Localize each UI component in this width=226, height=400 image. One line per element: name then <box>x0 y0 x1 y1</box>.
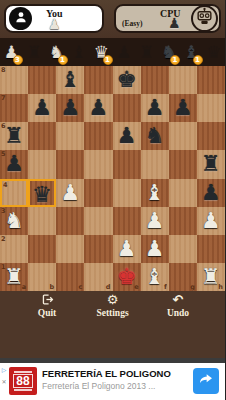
white-bishop-f4: ♝ <box>141 179 169 207</box>
square-e8[interactable]: ♚ <box>113 66 141 94</box>
square-g7[interactable]: ♟ <box>169 94 197 122</box>
square-f5[interactable] <box>141 150 169 178</box>
captured-pieces-tray: ♟3♜♞1♝♛1♟♜♞1♝1♛ <box>0 38 225 66</box>
white-pawn-f2: ♟ <box>141 235 169 263</box>
white-pawn-h3: ♟ <box>197 207 225 235</box>
file-label-e: e <box>134 283 138 291</box>
square-g3[interactable] <box>169 207 197 235</box>
square-h6[interactable] <box>197 122 225 150</box>
settings-button[interactable]: ⚙ Settings <box>84 292 142 326</box>
robot-icon <box>195 7 214 30</box>
adchoices-icon[interactable]: ▷ <box>2 367 7 373</box>
file-label-c: c <box>79 283 83 291</box>
rank-label-2: 2 <box>1 235 6 243</box>
square-b4[interactable]: ♛ <box>28 179 56 207</box>
captured-black-knight: ♞1 <box>158 38 181 66</box>
black-pawn-f7: ♟ <box>141 94 169 122</box>
square-a4[interactable]: 4 <box>0 179 28 207</box>
white-pawn-c4: ♟ <box>56 179 84 207</box>
settings-label: Settings <box>96 308 128 318</box>
adchoices-controls: ▷ ✕ <box>0 367 8 385</box>
square-d7[interactable]: ♟ <box>84 94 112 122</box>
square-g8[interactable] <box>169 66 197 94</box>
black-pawn-icon: ♟ <box>116 38 131 66</box>
rank-label-1: 1 <box>1 263 6 271</box>
square-d2[interactable] <box>84 235 112 263</box>
square-b6[interactable] <box>28 122 56 150</box>
black-queen-b4: ♛ <box>30 181 54 205</box>
ad-cta-button[interactable] <box>193 368 219 394</box>
file-label-a: a <box>22 283 26 291</box>
square-b1[interactable]: b <box>28 263 56 291</box>
square-b2[interactable] <box>28 235 56 263</box>
black-rook-icon: ♜ <box>139 38 154 66</box>
square-g4[interactable] <box>169 179 197 207</box>
captured-black-rook: ♜ <box>135 38 158 66</box>
captured-black-bishop: ♝1 <box>180 38 203 66</box>
square-a5[interactable]: 5♟ <box>0 150 28 178</box>
black-pawn-h4: ♟ <box>197 179 225 207</box>
black-pawn-c7: ♟ <box>56 94 84 122</box>
black-pawn-b7: ♟ <box>28 94 56 122</box>
white-bishop-icon: ♝ <box>71 38 86 66</box>
file-label-f: f <box>164 283 167 291</box>
square-c8[interactable]: ♝ <box>56 66 84 94</box>
captured-white-rook: ♜ <box>23 38 46 66</box>
square-a3[interactable]: 3♞ <box>0 207 28 235</box>
black-pawn-g7: ♟ <box>169 94 197 122</box>
square-e5[interactable] <box>113 150 141 178</box>
rank-label-4: 4 <box>3 181 8 189</box>
square-f4[interactable]: ♝ <box>141 179 169 207</box>
ad-subtitle[interactable]: Ferretería El Poligono 2013 ... <box>42 381 190 391</box>
captured-count-badge: 1 <box>58 55 68 65</box>
square-d3[interactable] <box>84 207 112 235</box>
square-a1[interactable]: 1a♜ <box>0 263 28 291</box>
captured-count-badge: 1 <box>193 55 203 65</box>
square-h3[interactable]: ♟ <box>197 207 225 235</box>
square-c3[interactable] <box>56 207 84 235</box>
captured-white-queen: ♛1 <box>90 38 113 66</box>
ad-logo-top-bar <box>14 371 32 373</box>
square-e3[interactable] <box>113 207 141 235</box>
square-c1[interactable]: c <box>56 263 84 291</box>
square-f3[interactable]: ♟ <box>141 207 169 235</box>
square-a2[interactable]: 2 <box>0 235 28 263</box>
square-d6[interactable] <box>84 122 112 150</box>
square-c6[interactable] <box>56 122 84 150</box>
square-c5[interactable] <box>56 150 84 178</box>
square-g6[interactable] <box>169 122 197 150</box>
square-b5[interactable] <box>28 150 56 178</box>
rank-label-7: 7 <box>1 94 6 102</box>
square-h7[interactable] <box>197 94 225 122</box>
square-d1[interactable]: d <box>84 263 112 291</box>
square-f2[interactable]: ♟ <box>141 235 169 263</box>
rank-label-3: 3 <box>1 207 6 215</box>
undo-icon: ↶ <box>173 292 184 307</box>
file-label-b: b <box>50 283 55 291</box>
square-h1[interactable]: h♜ <box>197 263 225 291</box>
quit-label: Quit <box>38 308 56 318</box>
chess-board: 8♝♚7♟♟♟♟♟6♜♟♞5♟♜4♛♟♝♟3♞♟♟2♟♟1a♜bcde♚f♝gh… <box>0 66 225 291</box>
ad-logo[interactable]: 88 <box>9 367 37 395</box>
square-h8[interactable] <box>197 66 225 94</box>
square-h2[interactable] <box>197 235 225 263</box>
black-knight-f6: ♞ <box>141 122 169 150</box>
square-e2[interactable]: ♟ <box>113 235 141 263</box>
square-b3[interactable] <box>28 207 56 235</box>
square-f7[interactable]: ♟ <box>141 94 169 122</box>
square-c2[interactable] <box>56 235 84 263</box>
file-label-d: d <box>106 283 111 291</box>
square-g2[interactable] <box>169 235 197 263</box>
user-avatar <box>9 7 32 30</box>
square-b8[interactable] <box>28 66 56 94</box>
white-pawn-f3: ♟ <box>141 207 169 235</box>
header-bar: You ♟ CPU (Easy) ♟ <box>0 0 225 38</box>
file-label-h: h <box>218 283 223 291</box>
square-a6[interactable]: 6♜ <box>0 122 28 150</box>
white-pawn-e2: ♟ <box>113 235 141 263</box>
white-rook-icon: ♜ <box>26 38 41 66</box>
black-pawn-icon: ♟ <box>168 15 181 31</box>
quit-button[interactable]: Quit <box>18 292 76 326</box>
ad-close-icon[interactable]: ✕ <box>1 379 6 385</box>
ad-logo-text: 88 <box>13 374 32 388</box>
square-h4[interactable]: ♟ <box>197 179 225 207</box>
square-d8[interactable] <box>84 66 112 94</box>
captured-black-queen: ♛ <box>203 38 226 66</box>
square-c7[interactable]: ♟ <box>56 94 84 122</box>
black-king-e8: ♚ <box>113 66 141 94</box>
square-h5[interactable]: ♜ <box>197 150 225 178</box>
share-arrow-icon <box>198 371 214 391</box>
captured-count-badge: 1 <box>103 55 113 65</box>
square-g5[interactable] <box>169 150 197 178</box>
quit-icon <box>41 292 54 307</box>
captured-black-pawn: ♟ <box>113 38 136 66</box>
ad-title[interactable]: FERRETERÍA EL POLIGONO <box>42 368 192 379</box>
square-f1[interactable]: f♝ <box>141 263 169 291</box>
cpu-difficulty: (Easy) <box>122 19 142 28</box>
black-queen-icon: ♛ <box>206 38 221 66</box>
captured-count-badge: 1 <box>170 55 180 65</box>
square-f6[interactable]: ♞ <box>141 122 169 150</box>
square-b7[interactable]: ♟ <box>28 94 56 122</box>
square-e4[interactable] <box>113 179 141 207</box>
captured-white-knight: ♞1 <box>45 38 68 66</box>
undo-label: Undo <box>167 308 189 318</box>
person-icon <box>14 9 28 28</box>
square-e1[interactable]: e♚ <box>113 263 141 291</box>
black-rook-h5: ♜ <box>197 150 225 178</box>
ad-logo-bottom-bar <box>14 389 32 391</box>
player-panel-cpu: CPU (Easy) ♟ <box>114 4 221 33</box>
square-f8[interactable] <box>141 66 169 94</box>
player-panel-you: You ♟ <box>4 4 104 33</box>
captured-white-bishop: ♝ <box>68 38 91 66</box>
ad-banner[interactable]: ▷ ✕ 88 FERRETERÍA EL POLIGONO Ferretería… <box>0 363 225 400</box>
white-pawn-icon: ♟ <box>48 16 61 32</box>
chess-app: You ♟ CPU (Easy) ♟ ♟ <box>0 0 225 400</box>
toolbar: Quit ⚙ Settings ↶ Undo <box>18 292 207 326</box>
black-pawn-d7: ♟ <box>84 94 112 122</box>
gear-icon: ⚙ <box>107 292 119 307</box>
undo-button[interactable]: ↶ Undo <box>149 292 207 326</box>
black-pawn-e6: ♟ <box>113 122 141 150</box>
square-e7[interactable] <box>113 94 141 122</box>
captured-white-pawn: ♟3 <box>0 38 23 66</box>
square-a7[interactable]: 7 <box>0 94 28 122</box>
square-c4[interactable]: ♟ <box>56 179 84 207</box>
file-label-g: g <box>190 283 195 291</box>
rank-label-8: 8 <box>1 66 6 74</box>
black-bishop-c8: ♝ <box>56 66 84 94</box>
rank-label-6: 6 <box>1 122 6 130</box>
square-d4[interactable] <box>84 179 112 207</box>
square-e6[interactable]: ♟ <box>113 122 141 150</box>
rank-label-5: 5 <box>1 150 6 158</box>
square-d5[interactable] <box>84 150 112 178</box>
captured-count-badge: 3 <box>13 55 23 65</box>
cpu-avatar <box>191 5 218 32</box>
square-g1[interactable]: g <box>169 263 197 291</box>
square-a8[interactable]: 8 <box>0 66 28 94</box>
